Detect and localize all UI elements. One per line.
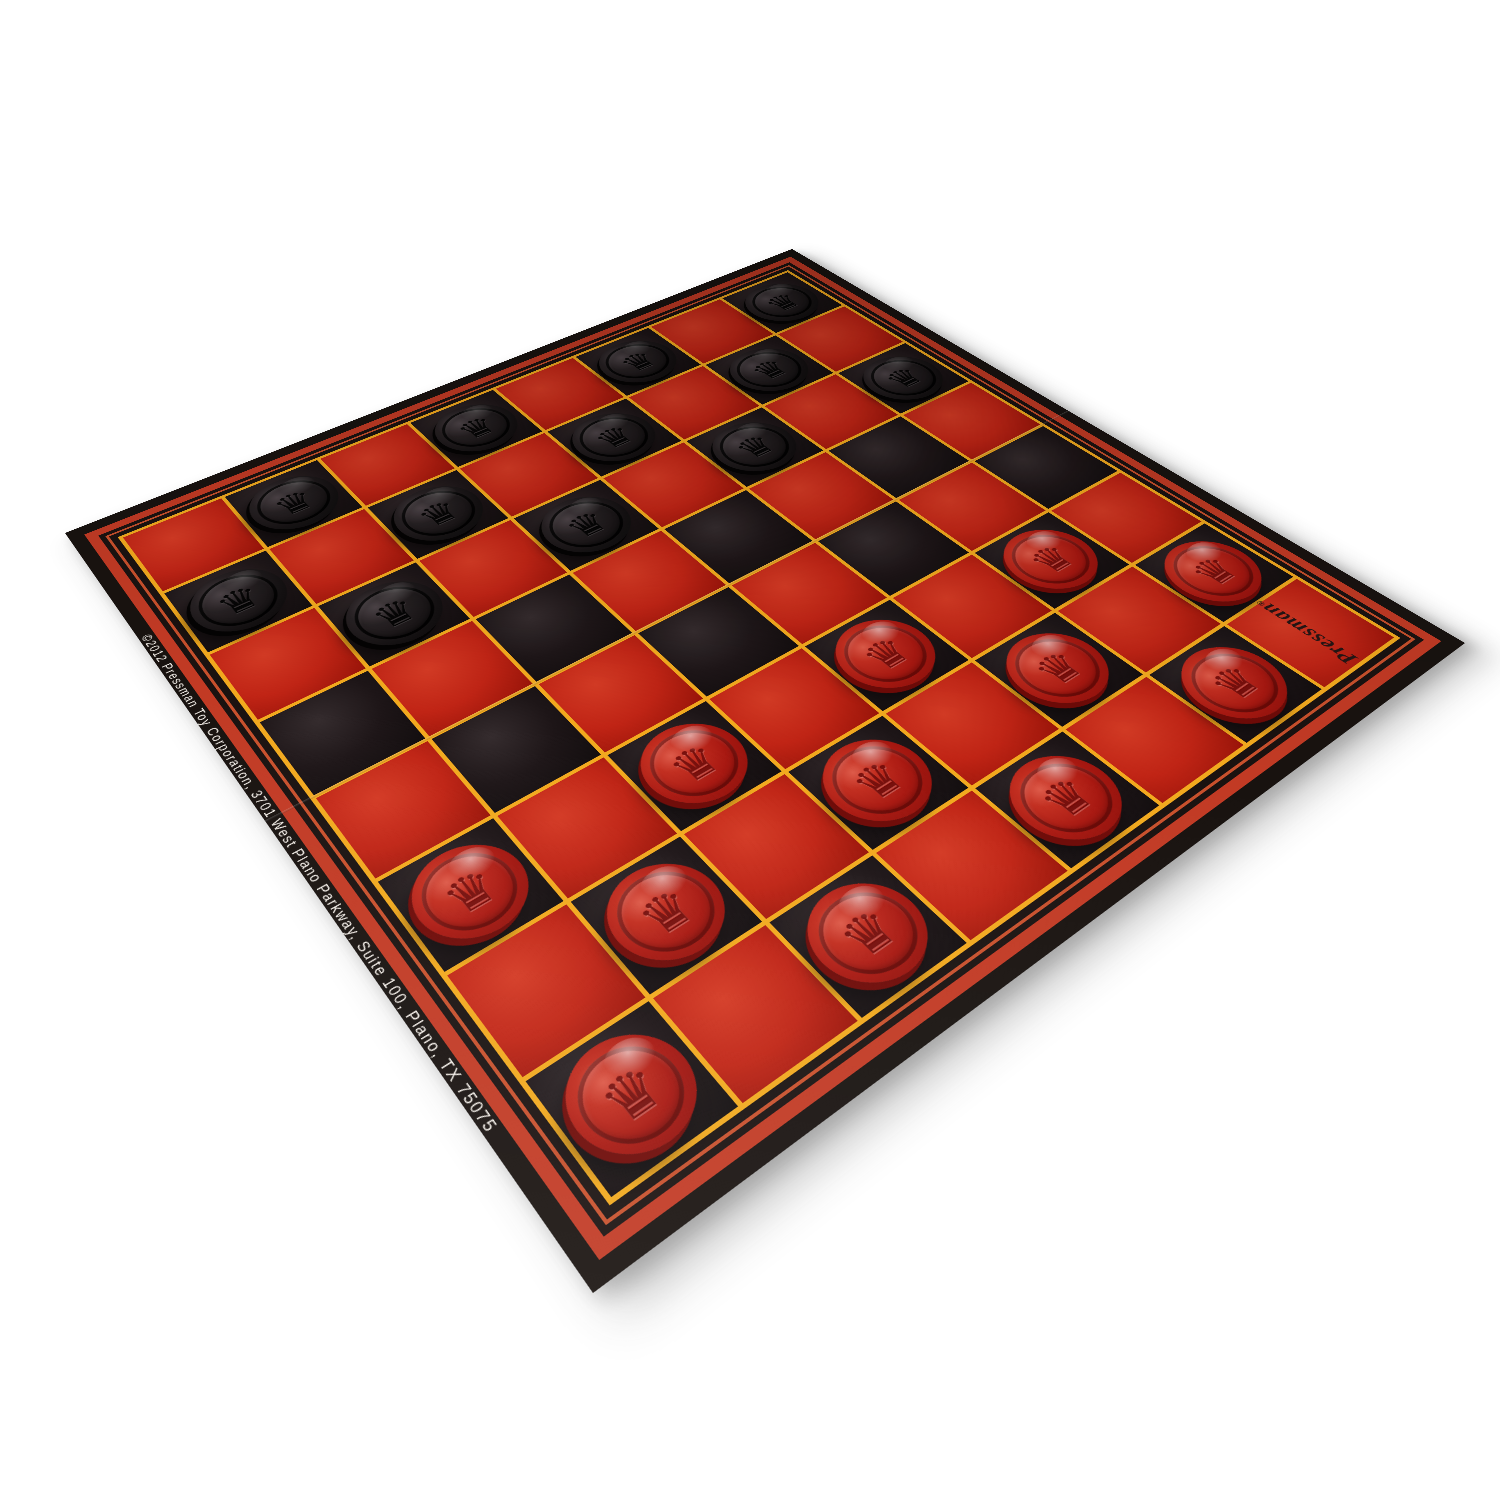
- crown-emboss-icon: ♛: [829, 901, 909, 968]
- crown-emboss-icon: ♛: [411, 495, 468, 531]
- crown-emboss-icon: ♛: [209, 580, 268, 622]
- crown-emboss-icon: ♛: [267, 485, 322, 521]
- crown-emboss-icon: ♛: [1021, 540, 1084, 580]
- photo-scene: ♛♛♛♛♛♛♛♛♛♛♛♛♛♛♛♛♛♛♛♛♛♛♛♛ ©2012 Pressman …: [0, 0, 1500, 1500]
- border-thin-stripe: ♛♛♛♛♛♛♛♛♛♛♛♛♛♛♛♛♛♛♛♛♛♛♛♛: [105, 265, 1415, 1225]
- crown-emboss-icon: ♛: [450, 412, 503, 443]
- crown-emboss-icon: ♛: [589, 1056, 675, 1136]
- border-black-gap: ♛♛♛♛♛♛♛♛♛♛♛♛♛♛♛♛♛♛♛♛♛♛♛♛: [98, 262, 1424, 1236]
- crown-emboss-icon: ♛: [853, 631, 920, 677]
- board-outer-black-border: ♛♛♛♛♛♛♛♛♛♛♛♛♛♛♛♛♛♛♛♛♛♛♛♛: [65, 249, 1465, 1293]
- crown-emboss-icon: ♛: [1201, 659, 1272, 707]
- crown-emboss-icon: ♛: [878, 364, 931, 393]
- crown-emboss-icon: ♛: [433, 861, 508, 924]
- crown-emboss-icon: ♛: [727, 431, 783, 464]
- border-inner-black: ♛♛♛♛♛♛♛♛♛♛♛♛♛♛♛♛♛♛♛♛♛♛♛♛: [109, 267, 1411, 1220]
- crown-emboss-icon: ♛: [1025, 645, 1094, 692]
- crown-emboss-icon: ♛: [558, 506, 616, 543]
- crown-emboss-icon: ♛: [587, 421, 641, 453]
- crown-emboss-icon: ♛: [1030, 770, 1105, 826]
- crown-emboss-icon: ♛: [364, 592, 425, 635]
- checkers-board: ♛♛♛♛♛♛♛♛♛♛♛♛♛♛♛♛♛♛♛♛♛♛♛♛ ©2012 Pressman …: [65, 249, 1465, 1293]
- crown-emboss-icon: ♛: [628, 881, 705, 946]
- border-red-stripe: ♛♛♛♛♛♛♛♛♛♛♛♛♛♛♛♛♛♛♛♛♛♛♛♛: [84, 257, 1441, 1260]
- crown-emboss-icon: ♛: [1182, 551, 1247, 592]
- crown-emboss-icon: ♛: [758, 290, 807, 315]
- board-grid: ♛♛♛♛♛♛♛♛♛♛♛♛♛♛♛♛♛♛♛♛♛♛♛♛: [118, 270, 1401, 1205]
- crown-emboss-icon: ♛: [660, 737, 731, 790]
- crown-emboss-icon: ♛: [744, 356, 796, 384]
- crown-emboss-icon: ♛: [842, 754, 915, 809]
- crown-emboss-icon: ♛: [613, 348, 664, 376]
- pressman-logo-text: Pressman: [1255, 599, 1363, 667]
